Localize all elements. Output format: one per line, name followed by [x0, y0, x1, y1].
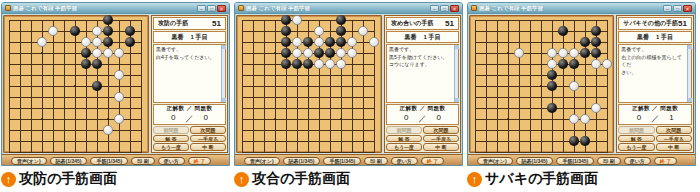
white-stone [591, 103, 601, 113]
caption-text: 攻防の手筋画面 [19, 170, 117, 188]
black-stone [325, 37, 335, 47]
black-stone [591, 37, 601, 47]
window-controls: – □ × [197, 5, 226, 12]
minimize-button[interactable]: – [663, 5, 672, 12]
black-stone [547, 103, 557, 113]
score-label: 正解数 ／ 問題数 [166, 105, 212, 112]
white-stone [591, 59, 601, 69]
black-stone [336, 26, 346, 36]
go-board-frame [469, 15, 614, 153]
white-stone [92, 26, 102, 36]
correct-count: 0 [637, 113, 641, 124]
white-stone [114, 70, 124, 80]
white-stone [569, 81, 579, 91]
problem-count: 0 [204, 113, 208, 124]
window-client-area: 攻め合いの手筋 51 黒番 1 手目 黒番です。 黒5子を助けてください。 コウ… [235, 14, 462, 154]
maximize-button[interactable]: □ [440, 5, 449, 12]
problem-number: 51 [212, 19, 221, 28]
score-values: 0 ／ 0 [171, 113, 208, 124]
black-stone [281, 15, 291, 25]
exit-button[interactable]: 終 了 [421, 157, 444, 165]
app-window: 囲碁 これで有段 手筋学習 – □ × サバキその他の手筋 51 [467, 2, 696, 166]
print-button[interactable]: 印 刷 [597, 157, 620, 165]
caption-text: サバキの手筋画面 [485, 170, 598, 188]
next-problem-button[interactable]: 次問題 [423, 126, 459, 134]
star-point [41, 52, 44, 55]
prev-problem-button[interactable]: 前問題 [153, 126, 189, 134]
print-button[interactable]: 印 刷 [364, 157, 387, 165]
retry-button[interactable]: もう一度 [618, 143, 654, 151]
next-problem-button[interactable]: 次問題 [190, 126, 226, 134]
window-titlebar: 囲碁 これで有段 手筋学習 – □ × [2, 3, 229, 14]
white-stone [81, 37, 91, 47]
white-stone [547, 48, 557, 58]
black-stone [325, 48, 335, 58]
white-stone [114, 48, 124, 58]
turn-box: 黒番 1 手目 [153, 31, 226, 43]
problem-title-box: サバキその他の手筋 51 [618, 17, 692, 30]
retry-button[interactable]: もう一度 [386, 143, 422, 151]
black-stone [281, 26, 291, 36]
exit-button[interactable]: 終 了 [188, 157, 211, 165]
black-stone [281, 48, 291, 58]
black-stone [580, 136, 590, 146]
star-point [507, 118, 510, 121]
turn-to-play-label: 黒番 [171, 33, 183, 42]
maximize-button[interactable]: □ [207, 5, 216, 12]
scroll-down-icon[interactable] [222, 98, 226, 102]
voice-toggle-button[interactable]: 音声(オン) [477, 157, 513, 165]
problem-category-label: サバキその他の手筋 [623, 19, 678, 28]
up-arrow-icon: ↑ [1, 172, 16, 187]
black-stone [591, 48, 601, 58]
white-stone [37, 37, 47, 47]
window-title: 囲碁 これで有段 手筋学習 [246, 5, 428, 12]
black-stone [281, 37, 291, 47]
tesuji-mode-button[interactable]: 手筋(1/345) [556, 157, 594, 165]
bottom-toolbar: 音声(オン) 詰碁(1/345) 手筋(1/345) 印 刷 使い方 終 了 [468, 154, 695, 166]
window-client-area: 攻防の手筋 51 黒番 1 手目 黒番です。 白4子を取ってください。 [2, 14, 229, 154]
white-stone [103, 48, 113, 58]
next-problem-button[interactable]: 次問題 [656, 126, 692, 134]
app-window: 囲碁 これで有段 手筋学習 – □ × 攻め合いの手筋 51 [234, 2, 463, 166]
help-button[interactable]: 使い方 [624, 157, 651, 165]
turn-box: 黒番 1 手目 [386, 31, 459, 43]
answer-button[interactable]: 解 答 [386, 135, 422, 143]
up-arrow-icon: ↑ [467, 172, 482, 187]
minimize-button[interactable]: – [197, 5, 206, 12]
white-stone [292, 37, 302, 47]
undo-move-button[interactable]: 一手戻る [656, 135, 692, 143]
star-point [340, 118, 343, 121]
print-button[interactable]: 印 刷 [131, 157, 154, 165]
black-stone [303, 37, 313, 47]
answer-button[interactable]: 解 答 [618, 135, 654, 143]
problem-sidebar: サバキその他の手筋 51 黒番 1 手目 黒番です。 右上の白の模様を荒らしてく… [616, 15, 694, 153]
answer-button[interactable]: 解 答 [153, 135, 189, 143]
scroll-down-icon[interactable] [455, 98, 459, 102]
move-count-label: 1 手目 [423, 33, 440, 42]
black-stone [547, 70, 557, 80]
white-stone [103, 125, 113, 135]
white-stone [369, 37, 379, 47]
window-icon [5, 5, 11, 11]
black-stone [580, 48, 590, 58]
white-stone [114, 114, 124, 124]
white-stone [569, 48, 579, 58]
white-stone [580, 114, 590, 124]
tesuji-mode-button[interactable]: 手筋(1/345) [90, 157, 128, 165]
close-button[interactable]: × [217, 5, 226, 12]
score-slash: ／ [419, 113, 427, 124]
white-stone [325, 59, 335, 69]
scroll-down-icon[interactable] [688, 98, 692, 102]
panel-column-3: 囲碁 これで有段 手筋学習 – □ × サバキその他の手筋 51 [466, 2, 699, 188]
window-titlebar: 囲碁 これで有段 手筋学習 – □ × [235, 3, 462, 14]
panel-column-2: 囲碁 これで有段 手筋学習 – □ × 攻め合いの手筋 51 [233, 2, 466, 188]
black-stone [103, 15, 113, 25]
exit-button[interactable]: 終 了 [654, 157, 677, 165]
black-stone [281, 59, 291, 69]
problem-description-text: 黒番です。 白4子を取ってください。 [156, 46, 220, 61]
sidebar-button-grid: 前問題 次問題 解 答 一手戻る もう一度 中 断 [153, 126, 226, 151]
voice-toggle-button[interactable]: 音声(オン) [11, 157, 47, 165]
star-point [41, 118, 44, 121]
white-stone [92, 37, 102, 47]
problem-number: 51 [445, 19, 454, 28]
score-label: 正解数 ／ 問題数 [632, 105, 678, 112]
problem-description-box: 黒番です。 黒5子を助けてください。 コウになります。 [386, 44, 459, 103]
sidebar-button-grid: 前問題 次問題 解 答 一手戻る もう一度 中 断 [618, 126, 692, 151]
white-stone [514, 48, 524, 58]
help-button[interactable]: 使い方 [158, 157, 185, 165]
problem-count: 0 [437, 113, 441, 124]
problem-title-box: 攻め合いの手筋 51 [386, 17, 459, 30]
black-stone [547, 81, 557, 91]
go-board-grid[interactable] [242, 20, 375, 153]
black-stone [336, 15, 346, 25]
white-stone [292, 15, 302, 25]
star-point [274, 118, 277, 121]
black-stone [70, 26, 80, 36]
white-stone [92, 48, 102, 58]
white-stone [114, 92, 124, 102]
white-stone [292, 48, 302, 58]
quit-problem-button[interactable]: 中 断 [190, 143, 226, 151]
star-point [307, 85, 310, 88]
window-icon [238, 5, 244, 11]
white-stone [347, 37, 357, 47]
go-board-frame [236, 15, 382, 153]
caption-text: 攻合の手筋画面 [252, 170, 350, 188]
app-window: 囲碁 これで有段 手筋学習 – □ × 攻防の手筋 51 黒番 [1, 2, 230, 166]
problem-category-label: 攻防の手筋 [158, 19, 188, 28]
bottom-toolbar: 音声(オン) 詰碁(1/345) 手筋(1/345) 印 刷 使い方 終 了 [235, 154, 462, 166]
score-values: 0 ／ 0 [404, 113, 441, 124]
retry-button[interactable]: もう一度 [153, 143, 189, 151]
close-button[interactable]: × [683, 5, 692, 12]
turn-to-play-label: 黒番 [637, 33, 649, 42]
white-stone [358, 26, 368, 36]
window-controls: – □ × [430, 5, 459, 12]
black-stone [103, 37, 113, 47]
white-stone [303, 48, 313, 58]
window-title: 囲碁 これで有段 手筋学習 [479, 5, 661, 12]
scroll-up-icon[interactable] [455, 45, 459, 49]
move-count-label: 1 手目 [190, 33, 207, 42]
description-scrollbar[interactable] [454, 45, 458, 102]
minimize-button[interactable]: – [430, 5, 439, 12]
problem-number: 51 [678, 19, 687, 28]
turn-box: 黒番 1 手目 [618, 31, 692, 43]
problem-category-label: 攻め合いの手筋 [391, 19, 433, 28]
quit-problem-button[interactable]: 中 断 [423, 143, 459, 151]
white-stone [314, 26, 324, 36]
black-stone [591, 26, 601, 36]
correct-count: 0 [404, 113, 408, 124]
tesuji-mode-button[interactable]: 手筋(1/345) [323, 157, 361, 165]
undo-move-button[interactable]: 一手戻る [423, 135, 459, 143]
problem-title-box: 攻防の手筋 51 [153, 17, 226, 30]
problem-description-box: 黒番です。 白4子を取ってください。 [153, 44, 226, 103]
black-stone [92, 81, 102, 91]
go-board-grid[interactable] [9, 20, 142, 153]
problem-count: 1 [669, 113, 673, 124]
window-title: 囲碁 これで有段 手筋学習 [13, 5, 195, 12]
black-stone [580, 37, 590, 47]
star-point [74, 85, 77, 88]
quit-problem-button[interactable]: 中 断 [656, 143, 692, 151]
score-slash: ／ [651, 113, 659, 124]
problem-sidebar: 攻め合いの手筋 51 黒番 1 手目 黒番です。 黒5子を助けてください。 コウ… [384, 15, 461, 153]
tsumego-mode-button[interactable]: 詰碁(1/345) [283, 157, 321, 165]
black-stone [81, 59, 91, 69]
black-stone [569, 136, 579, 146]
score-label: 正解数 ／ 問題数 [399, 105, 445, 112]
prev-problem-button[interactable]: 前問題 [386, 126, 422, 134]
turn-to-play-label: 黒番 [404, 33, 416, 42]
white-stone [48, 26, 58, 36]
tsumego-mode-button[interactable]: 詰碁(1/345) [516, 157, 554, 165]
maximize-button[interactable]: □ [673, 5, 682, 12]
move-count-label: 1 手目 [656, 33, 673, 42]
black-stone [103, 26, 113, 36]
white-stone [547, 59, 557, 69]
problem-description-text: 黒番です。 右上の白の模様を荒らしてくだ さい。 [621, 46, 686, 76]
black-stone [125, 37, 135, 47]
problem-sidebar: 攻防の手筋 51 黒番 1 手目 黒番です。 白4子を取ってください。 [151, 15, 228, 153]
problem-description-text: 黒番です。 黒5子を助けてください。 コウになります。 [389, 46, 453, 69]
screenshot-strip: 囲碁 これで有段 手筋学習 – □ × 攻防の手筋 51 黒番 [0, 0, 700, 188]
description-scrollbar[interactable] [221, 45, 225, 102]
description-scrollbar[interactable] [687, 45, 691, 102]
sidebar-button-grid: 前問題 次問題 解 答 一手戻る もう一度 中 断 [386, 126, 459, 151]
window-icon [471, 5, 477, 11]
white-stone [314, 37, 324, 47]
score-box: 正解数 ／ 問題数 0 ／ 1 [618, 104, 692, 125]
black-stone [336, 37, 346, 47]
star-point [507, 52, 510, 55]
screenshot-caption: ↑ サバキの手筋画面 [467, 170, 699, 188]
bottom-toolbar: 音声(オン) 詰碁(1/345) 手筋(1/345) 印 刷 使い方 終 了 [2, 154, 229, 166]
close-button[interactable]: × [450, 5, 459, 12]
score-box: 正解数 ／ 問題数 0 ／ 0 [386, 104, 459, 125]
white-stone [347, 48, 357, 58]
black-stone [569, 59, 579, 69]
voice-toggle-button[interactable]: 音声(オン) [244, 157, 280, 165]
score-box: 正解数 ／ 問題数 0 ／ 0 [153, 104, 226, 125]
go-board-frame [3, 15, 149, 153]
black-stone [125, 26, 135, 36]
correct-count: 0 [171, 113, 175, 124]
white-stone [336, 59, 346, 69]
black-stone [558, 59, 568, 69]
white-stone [602, 59, 612, 69]
star-point [107, 118, 110, 121]
help-button[interactable]: 使い方 [391, 157, 418, 165]
undo-move-button[interactable]: 一手戻る [190, 135, 226, 143]
problem-description-box: 黒番です。 右上の白の模様を荒らしてくだ さい。 [618, 44, 692, 103]
black-stone [292, 59, 302, 69]
screenshot-caption: ↑ 攻防の手筋画面 [1, 170, 233, 188]
star-point [540, 85, 543, 88]
white-stone [569, 114, 579, 124]
screenshot-caption: ↑ 攻合の手筋画面 [234, 170, 466, 188]
window-titlebar: 囲碁 これで有段 手筋学習 – □ × [468, 3, 695, 14]
window-client-area: サバキその他の手筋 51 黒番 1 手目 黒番です。 右上の白の模様を荒らしてく… [468, 14, 695, 154]
tsumego-mode-button[interactable]: 詰碁(1/345) [50, 157, 88, 165]
window-controls: – □ × [663, 5, 692, 12]
black-stone [303, 59, 313, 69]
star-point [274, 52, 277, 55]
white-stone [314, 59, 324, 69]
up-arrow-icon: ↑ [234, 172, 249, 187]
scroll-up-icon[interactable] [688, 45, 692, 49]
scroll-up-icon[interactable] [222, 45, 226, 49]
panel-column-1: 囲碁 これで有段 手筋学習 – □ × 攻防の手筋 51 黒番 [0, 2, 233, 188]
black-stone [558, 26, 568, 36]
score-slash: ／ [186, 113, 194, 124]
black-stone [81, 48, 91, 58]
black-stone [314, 48, 324, 58]
score-values: 0 ／ 1 [637, 113, 674, 124]
white-stone [336, 48, 346, 58]
black-stone [92, 59, 102, 69]
white-stone [558, 48, 568, 58]
go-board-grid[interactable] [475, 20, 608, 153]
prev-problem-button[interactable]: 前問題 [618, 126, 654, 134]
